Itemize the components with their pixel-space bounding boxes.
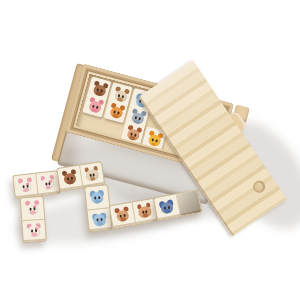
elephant-tile-face (85, 185, 109, 209)
cow-face-icon (24, 222, 43, 240)
pig-face-icon (84, 95, 106, 117)
boxed-tile-fox (121, 121, 145, 145)
fox-face-icon (135, 201, 155, 222)
domino-cow-cow (20, 196, 47, 244)
photo-scene (0, 0, 300, 300)
elephant-tile-face (87, 207, 111, 231)
cow-face-icon (23, 199, 42, 218)
boxed-tile-pig (82, 93, 106, 117)
boxed-tile-cat (104, 99, 128, 123)
cat-face-icon (106, 101, 128, 123)
cow-face-icon (38, 173, 57, 193)
cow-face-icon (16, 176, 36, 196)
elephant-face-icon (90, 210, 110, 229)
domino-cow-cow (12, 170, 60, 199)
fox-face-icon (122, 123, 144, 145)
domino-half-hidden-in-shadow (176, 190, 202, 216)
elephant-face-icon (87, 187, 107, 207)
donkey-face-icon (156, 197, 177, 218)
dog-face-icon (82, 164, 102, 184)
dog-tile-face (79, 162, 104, 187)
squirrel-face-icon (60, 168, 81, 189)
fox-face-icon (112, 205, 133, 226)
domino-donkey-hidden (153, 189, 203, 221)
domino-chain (12, 150, 210, 250)
cow-tile-face (22, 219, 45, 242)
cow-tile-face (21, 197, 44, 220)
cow-tile-face (35, 171, 59, 195)
domino-fox-fox (109, 198, 158, 230)
cow-tile-face (13, 174, 37, 198)
